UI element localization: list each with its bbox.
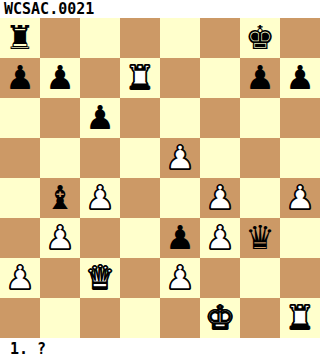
- square-e7[interactable]: [160, 58, 200, 98]
- piece-black-king[interactable]: ♚: [245, 18, 275, 58]
- square-b2[interactable]: [40, 258, 80, 298]
- square-c3[interactable]: [80, 218, 120, 258]
- square-b7[interactable]: ♟: [40, 58, 80, 98]
- piece-white-pawn[interactable]: ♟: [5, 258, 35, 298]
- square-d2[interactable]: [120, 258, 160, 298]
- square-g1[interactable]: [240, 298, 280, 338]
- piece-white-pawn[interactable]: ♟: [205, 218, 235, 258]
- square-e3[interactable]: ♟: [160, 218, 200, 258]
- square-g2[interactable]: [240, 258, 280, 298]
- square-e2[interactable]: ♟: [160, 258, 200, 298]
- square-a2[interactable]: ♟: [0, 258, 40, 298]
- square-c5[interactable]: [80, 138, 120, 178]
- square-e4[interactable]: [160, 178, 200, 218]
- chess-board[interactable]: ♜♚♟♟♜♟♟♟♟♝♟♟♟♟♟♟♛♟♛♟♚♜: [0, 18, 320, 338]
- square-g3[interactable]: ♛: [240, 218, 280, 258]
- piece-black-pawn[interactable]: ♟: [285, 58, 315, 98]
- square-d6[interactable]: [120, 98, 160, 138]
- piece-white-pawn[interactable]: ♟: [165, 258, 195, 298]
- status-bar: 1. ?: [0, 338, 320, 360]
- square-d3[interactable]: [120, 218, 160, 258]
- square-h8[interactable]: [280, 18, 320, 58]
- square-d8[interactable]: [120, 18, 160, 58]
- square-f6[interactable]: [200, 98, 240, 138]
- piece-black-bishop[interactable]: ♝: [45, 178, 75, 218]
- square-c6[interactable]: ♟: [80, 98, 120, 138]
- square-c2[interactable]: ♛: [80, 258, 120, 298]
- square-a8[interactable]: ♜: [0, 18, 40, 58]
- square-f3[interactable]: ♟: [200, 218, 240, 258]
- square-b3[interactable]: ♟: [40, 218, 80, 258]
- piece-white-pawn[interactable]: ♟: [165, 138, 195, 178]
- piece-white-rook[interactable]: ♜: [285, 298, 315, 338]
- square-a6[interactable]: [0, 98, 40, 138]
- square-f4[interactable]: ♟: [200, 178, 240, 218]
- piece-white-king[interactable]: ♚: [205, 298, 235, 338]
- piece-black-queen[interactable]: ♛: [245, 218, 275, 258]
- title-bar: WCSAC.0021: [0, 0, 320, 18]
- square-h5[interactable]: [280, 138, 320, 178]
- piece-black-pawn[interactable]: ♟: [165, 218, 195, 258]
- square-h7[interactable]: ♟: [280, 58, 320, 98]
- square-a1[interactable]: [0, 298, 40, 338]
- square-g5[interactable]: [240, 138, 280, 178]
- square-h4[interactable]: ♟: [280, 178, 320, 218]
- square-a7[interactable]: ♟: [0, 58, 40, 98]
- square-c4[interactable]: ♟: [80, 178, 120, 218]
- square-f1[interactable]: ♚: [200, 298, 240, 338]
- square-g4[interactable]: [240, 178, 280, 218]
- square-e8[interactable]: [160, 18, 200, 58]
- square-d1[interactable]: [120, 298, 160, 338]
- square-h1[interactable]: ♜: [280, 298, 320, 338]
- square-d7[interactable]: ♜: [120, 58, 160, 98]
- square-h2[interactable]: [280, 258, 320, 298]
- square-h6[interactable]: [280, 98, 320, 138]
- square-d4[interactable]: [120, 178, 160, 218]
- piece-white-pawn[interactable]: ♟: [285, 178, 315, 218]
- puzzle-title: WCSAC.0021: [4, 0, 94, 18]
- piece-white-pawn[interactable]: ♟: [45, 218, 75, 258]
- square-f8[interactable]: [200, 18, 240, 58]
- square-b1[interactable]: [40, 298, 80, 338]
- square-c1[interactable]: [80, 298, 120, 338]
- square-b4[interactable]: ♝: [40, 178, 80, 218]
- square-f2[interactable]: [200, 258, 240, 298]
- piece-white-queen[interactable]: ♛: [85, 258, 115, 298]
- square-g6[interactable]: [240, 98, 280, 138]
- piece-black-pawn[interactable]: ♟: [5, 58, 35, 98]
- square-a4[interactable]: [0, 178, 40, 218]
- piece-white-pawn[interactable]: ♟: [205, 178, 235, 218]
- square-c8[interactable]: [80, 18, 120, 58]
- square-a3[interactable]: [0, 218, 40, 258]
- square-a5[interactable]: [0, 138, 40, 178]
- move-prompt: 1. ?: [10, 340, 46, 358]
- piece-black-rook[interactable]: ♜: [5, 18, 35, 58]
- square-b5[interactable]: [40, 138, 80, 178]
- square-b8[interactable]: [40, 18, 80, 58]
- square-f5[interactable]: [200, 138, 240, 178]
- square-g7[interactable]: ♟: [240, 58, 280, 98]
- square-c7[interactable]: [80, 58, 120, 98]
- square-g8[interactable]: ♚: [240, 18, 280, 58]
- square-d5[interactable]: [120, 138, 160, 178]
- piece-black-pawn[interactable]: ♟: [85, 98, 115, 138]
- square-b6[interactable]: [40, 98, 80, 138]
- piece-white-rook[interactable]: ♜: [125, 58, 155, 98]
- square-e1[interactable]: [160, 298, 200, 338]
- piece-white-pawn[interactable]: ♟: [85, 178, 115, 218]
- square-h3[interactable]: [280, 218, 320, 258]
- piece-black-pawn[interactable]: ♟: [45, 58, 75, 98]
- square-e6[interactable]: [160, 98, 200, 138]
- piece-black-pawn[interactable]: ♟: [245, 58, 275, 98]
- square-e5[interactable]: ♟: [160, 138, 200, 178]
- square-f7[interactable]: [200, 58, 240, 98]
